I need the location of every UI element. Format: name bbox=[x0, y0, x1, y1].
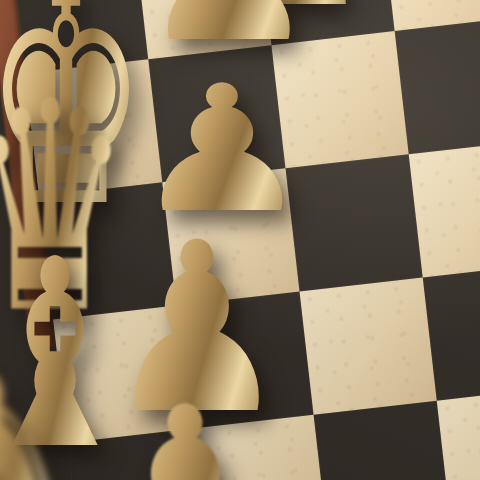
board-square-dark bbox=[39, 182, 176, 319]
board-wrap bbox=[11, 0, 480, 480]
board-square-dark bbox=[176, 292, 313, 429]
board-square-dark bbox=[285, 154, 422, 291]
board-square-light bbox=[53, 306, 190, 443]
board-square-light bbox=[162, 168, 299, 305]
chess-board bbox=[11, 0, 480, 480]
board-square-light bbox=[437, 387, 480, 480]
chess-photo-stage: ♞♟♚♟♛♟♝♟♞ bbox=[0, 0, 480, 480]
board-square-dark bbox=[314, 401, 451, 480]
board-square-dark bbox=[395, 17, 480, 154]
board-square-light bbox=[271, 31, 408, 168]
board-square-light bbox=[25, 59, 162, 196]
board-square-dark bbox=[148, 45, 285, 182]
board-square-light bbox=[300, 277, 437, 414]
board-square-light bbox=[409, 140, 480, 277]
